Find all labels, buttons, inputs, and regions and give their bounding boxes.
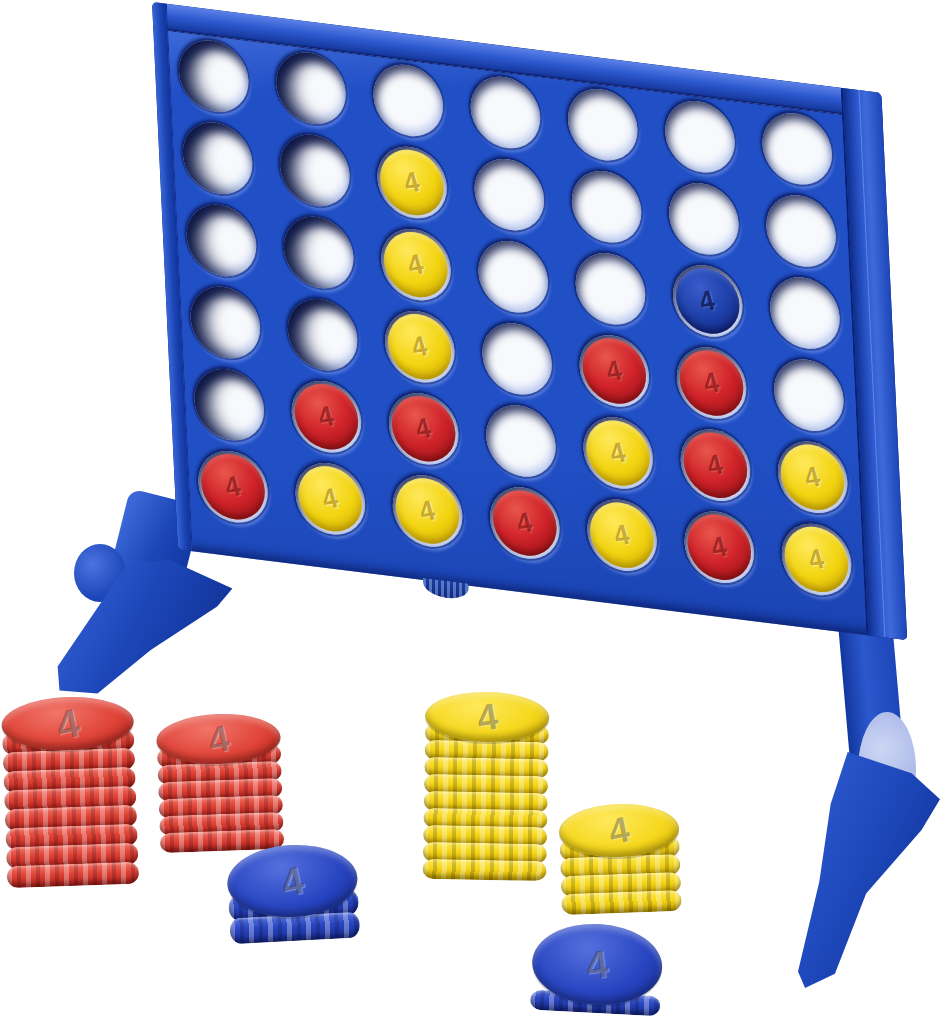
stack-disc-edge (422, 859, 546, 881)
blue-disc-single[interactable]: 4 (530, 921, 664, 1017)
disc-emboss-4: 4 (474, 697, 500, 737)
connect-four-scene: 444444444444444444 444444 (0, 0, 947, 1024)
disc-emboss-4: 4 (605, 811, 632, 850)
disc-emboss-4: 4 (205, 719, 233, 759)
red-disc-stack-tall[interactable]: 4 (1, 695, 140, 888)
red-disc-stack-short[interactable]: 4 (156, 712, 285, 853)
disc-emboss-4: 4 (584, 944, 610, 985)
disc-stacks: 444444 (0, 0, 947, 1024)
yellow-disc-stack-short[interactable]: 4 (558, 802, 682, 915)
stack-disc-edge (561, 890, 682, 915)
disc-emboss-4: 4 (53, 702, 83, 746)
stack-body (2, 729, 139, 889)
disc-emboss-4: 4 (277, 860, 307, 903)
stack-body (422, 723, 549, 881)
yellow-disc-stack-tall[interactable]: 4 (422, 691, 549, 881)
stack-disc-edge (7, 862, 140, 889)
blue-disc-pair[interactable]: 4 (226, 842, 361, 945)
